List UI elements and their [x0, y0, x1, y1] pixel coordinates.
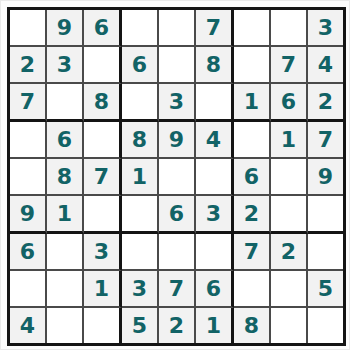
cell-r3c1[interactable]: 7: [10, 84, 47, 122]
cell-r5c9[interactable]: 9: [308, 159, 343, 196]
cell-r4c7[interactable]: [234, 122, 271, 159]
cell-r3c3[interactable]: 8: [84, 84, 122, 122]
sudoku-board: 9673236874783162689417871699163263721376…: [7, 7, 346, 346]
cell-r6c5[interactable]: 6: [159, 196, 196, 234]
cell-r6c9[interactable]: [308, 196, 343, 234]
cell-r2c4[interactable]: 6: [122, 47, 159, 84]
cell-r2c8[interactable]: 7: [271, 47, 308, 84]
cell-r1c6[interactable]: 7: [196, 10, 234, 47]
cell-r9c9[interactable]: [308, 308, 343, 343]
cell-r1c9[interactable]: 3: [308, 10, 343, 47]
cell-r5c8[interactable]: [271, 159, 308, 196]
cell-r4c3[interactable]: [84, 122, 122, 159]
cell-r9c7[interactable]: 8: [234, 308, 271, 343]
cell-r1c4[interactable]: [122, 10, 159, 47]
cell-r3c6[interactable]: [196, 84, 234, 122]
cell-r5c1[interactable]: [10, 159, 47, 196]
cell-r2c3[interactable]: [84, 47, 122, 84]
cell-r4c5[interactable]: 9: [159, 122, 196, 159]
cell-r7c7[interactable]: 7: [234, 234, 271, 271]
cell-r6c4[interactable]: [122, 196, 159, 234]
cell-r7c2[interactable]: [47, 234, 84, 271]
cell-r8c6[interactable]: 6: [196, 271, 234, 308]
cell-r8c2[interactable]: [47, 271, 84, 308]
cell-r3c8[interactable]: 6: [271, 84, 308, 122]
cell-r4c9[interactable]: 7: [308, 122, 343, 159]
cell-r9c1[interactable]: 4: [10, 308, 47, 343]
cell-r6c8[interactable]: [271, 196, 308, 234]
cell-r2c1[interactable]: 2: [10, 47, 47, 84]
cell-r3c9[interactable]: 2: [308, 84, 343, 122]
cell-r8c4[interactable]: 3: [122, 271, 159, 308]
cell-r7c4[interactable]: [122, 234, 159, 271]
cell-r9c5[interactable]: 2: [159, 308, 196, 343]
cell-r6c2[interactable]: 1: [47, 196, 84, 234]
cell-r7c9[interactable]: [308, 234, 343, 271]
cell-r2c5[interactable]: [159, 47, 196, 84]
cell-r1c1[interactable]: [10, 10, 47, 47]
cell-r6c1[interactable]: 9: [10, 196, 47, 234]
cell-r4c6[interactable]: 4: [196, 122, 234, 159]
cell-r6c6[interactable]: 3: [196, 196, 234, 234]
cell-r5c4[interactable]: 1: [122, 159, 159, 196]
cell-r8c9[interactable]: 5: [308, 271, 343, 308]
cell-r3c2[interactable]: [47, 84, 84, 122]
cell-r1c8[interactable]: [271, 10, 308, 47]
cell-r9c6[interactable]: 1: [196, 308, 234, 343]
cell-r2c2[interactable]: 3: [47, 47, 84, 84]
cell-r7c8[interactable]: 2: [271, 234, 308, 271]
cell-r9c4[interactable]: 5: [122, 308, 159, 343]
cell-r7c3[interactable]: 3: [84, 234, 122, 271]
cell-r4c8[interactable]: 1: [271, 122, 308, 159]
cell-r6c3[interactable]: [84, 196, 122, 234]
cell-r5c7[interactable]: 6: [234, 159, 271, 196]
cell-r5c6[interactable]: [196, 159, 234, 196]
cell-r8c5[interactable]: 7: [159, 271, 196, 308]
cell-r8c1[interactable]: [10, 271, 47, 308]
cell-r6c7[interactable]: 2: [234, 196, 271, 234]
cell-r3c7[interactable]: 1: [234, 84, 271, 122]
cell-r8c8[interactable]: [271, 271, 308, 308]
cell-r7c1[interactable]: 6: [10, 234, 47, 271]
cell-r4c4[interactable]: 8: [122, 122, 159, 159]
cell-r5c5[interactable]: [159, 159, 196, 196]
cell-r1c3[interactable]: 6: [84, 10, 122, 47]
cell-r5c2[interactable]: 8: [47, 159, 84, 196]
cell-r9c2[interactable]: [47, 308, 84, 343]
cell-r7c5[interactable]: [159, 234, 196, 271]
cell-r2c6[interactable]: 8: [196, 47, 234, 84]
cell-r8c7[interactable]: [234, 271, 271, 308]
cell-r1c5[interactable]: [159, 10, 196, 47]
cell-r9c8[interactable]: [271, 308, 308, 343]
cell-r2c7[interactable]: [234, 47, 271, 84]
cell-r3c5[interactable]: 3: [159, 84, 196, 122]
cell-r3c4[interactable]: [122, 84, 159, 122]
cell-r7c6[interactable]: [196, 234, 234, 271]
cell-r1c2[interactable]: 9: [47, 10, 84, 47]
cell-r4c2[interactable]: 6: [47, 122, 84, 159]
cell-r1c7[interactable]: [234, 10, 271, 47]
cell-r2c9[interactable]: 4: [308, 47, 343, 84]
cell-r8c3[interactable]: 1: [84, 271, 122, 308]
cell-r5c3[interactable]: 7: [84, 159, 122, 196]
cell-r9c3[interactable]: [84, 308, 122, 343]
cell-r4c1[interactable]: [10, 122, 47, 159]
